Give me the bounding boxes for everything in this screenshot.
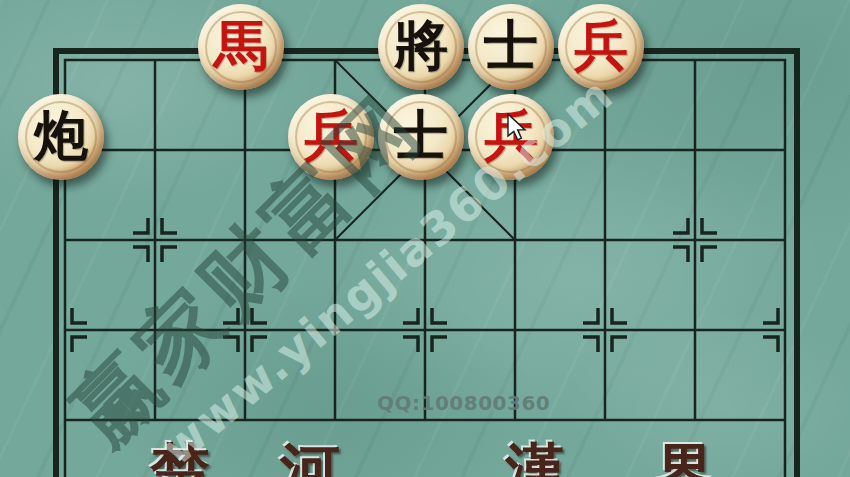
piece-red-horse-c1[interactable]: 馬	[198, 4, 284, 90]
piece-black-cannon-a2[interactable]: 炮	[18, 94, 104, 180]
piece-black-advisor-f1[interactable]: 士	[468, 4, 554, 90]
river-label: 河	[280, 441, 340, 477]
xiangqi-app-screen: 楚河漢界 馬將士兵炮兵士兵 赢家财富网 www.yingjia360.com Q…	[0, 0, 850, 477]
piece-character: 將	[394, 18, 448, 72]
piece-character: 炮	[34, 108, 88, 162]
piece-black-general-e1[interactable]: 將	[378, 4, 464, 90]
piece-character: 士	[484, 18, 538, 72]
piece-red-soldier-g1[interactable]: 兵	[558, 4, 644, 90]
mouse-cursor-icon	[507, 113, 531, 145]
piece-character: 兵	[574, 18, 628, 72]
river-label: 漢	[505, 441, 565, 477]
river-label: 界	[655, 441, 715, 477]
watermark-qq: QQ:100800360	[377, 391, 550, 415]
piece-character: 馬	[214, 18, 268, 72]
